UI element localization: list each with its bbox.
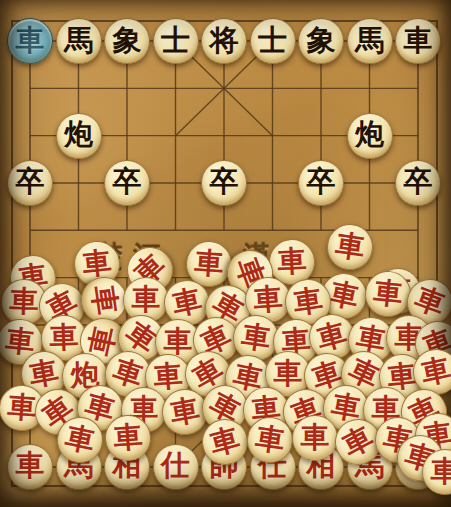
piece-glyph: 車 [419,354,451,388]
piece-glyph: 卒 [16,167,45,196]
piece-glyph: 車 [16,451,45,480]
piece-black-soldier-black[interactable]: 卒 [201,160,247,206]
piece-glyph: 炮 [355,120,384,149]
piece-black-cannon[interactable]: 炮 [56,113,102,159]
piece-glyph: 卒 [210,167,239,196]
piece-glyph: 炮 [64,120,93,149]
piece-black-chariot[interactable]: 車 [7,18,53,64]
piece-glyph: 車 [277,246,307,276]
piece-glyph: 車 [63,422,97,456]
piece-glyph: 馬 [64,26,93,55]
piece-black-horse[interactable]: 馬 [347,18,393,64]
piece-red-chariot[interactable]: 車 [7,444,53,490]
piece-glyph: 車 [27,356,61,390]
piece-glyph: 車 [89,283,122,316]
piece-glyph: 車 [404,26,433,55]
piece-glyph: 車 [164,327,193,356]
piece-glyph: 卒 [307,167,336,196]
piece-glyph: 車 [372,277,404,309]
piece-glyph: 車 [7,392,38,423]
piece-glyph: 車 [168,394,202,428]
piece-glyph: 象 [113,26,142,55]
piece-glyph: 馬 [355,26,384,55]
piece-black-cannon[interactable]: 炮 [347,113,393,159]
piece-black-soldier-black[interactable]: 卒 [395,160,441,206]
piece-black-elephant-black[interactable]: 象 [298,18,344,64]
piece-glyph: 車 [112,422,143,453]
piece-black-elephant-black[interactable]: 象 [104,18,150,64]
piece-glyph: 車 [301,423,330,452]
piece-glyph: 将 [210,26,239,55]
xiangqi-board[interactable]: 楚河 漢界 車馬象士将士象馬車炮炮卒卒卒卒卒車馬相仕帥仕相馬車車車車車車車車車車… [0,0,451,507]
piece-glyph: 士 [161,26,190,55]
piece-glyph: 車 [431,457,451,486]
piece-glyph: 車 [132,285,161,314]
piece-black-horse[interactable]: 馬 [56,18,102,64]
piece-glyph: 車 [170,285,204,319]
piece-glyph: 車 [252,284,283,315]
piece-glyph: 車 [16,26,45,55]
piece-glyph: 仕 [161,451,190,480]
piece-glyph: 車 [254,423,287,456]
piece-glyph: 車 [152,361,183,392]
piece-glyph: 車 [314,318,350,354]
piece-glyph: 車 [9,286,39,316]
piece-glyph: 車 [207,423,243,459]
piece-glyph: 車 [338,422,377,461]
piece-glyph: 車 [4,325,36,357]
piece-black-chariot[interactable]: 車 [395,18,441,64]
piece-glyph: 車 [240,321,273,354]
piece-glyph: 車 [49,322,79,352]
piece-glyph: 車 [334,230,367,263]
piece-glyph: 士 [258,26,287,55]
piece-black-general-black[interactable]: 将 [201,18,247,64]
piece-glyph: 車 [412,282,449,319]
piece-red-chariot[interactable]: 車 [292,415,338,461]
piece-glyph: 卒 [404,167,433,196]
piece-glyph: 車 [81,247,113,279]
piece-glyph: 車 [291,285,324,318]
piece-glyph: 車 [110,355,147,392]
piece-glyph: 卒 [113,167,142,196]
piece-red-advisor-red[interactable]: 仕 [153,444,199,490]
piece-black-soldier-black[interactable]: 卒 [7,160,53,206]
piece-black-soldier-black[interactable]: 卒 [298,160,344,206]
piece-glyph: 車 [194,248,225,279]
piece-black-advisor-black[interactable]: 士 [153,18,199,64]
piece-black-soldier-black[interactable]: 卒 [104,160,150,206]
piece-glyph: 象 [307,26,336,55]
piece-black-advisor-black[interactable]: 士 [250,18,296,64]
piece-glyph: 車 [274,359,303,388]
piece-glyph: 車 [327,278,361,312]
